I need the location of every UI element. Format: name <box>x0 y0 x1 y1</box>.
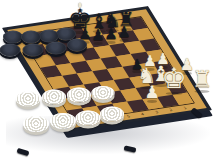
piece-shadow <box>93 42 102 45</box>
white-checker <box>42 90 66 105</box>
black-pawn: ♟ <box>104 27 117 42</box>
white-pawn: ♟ <box>144 84 159 101</box>
board-clasp <box>191 107 203 119</box>
pieces-layer: ♚♝♞♜♟♟♟♟♟♟♟♟♞♝♚♜♟ <box>0 0 220 165</box>
black-checker <box>3 31 23 44</box>
piece-shadow <box>147 100 158 103</box>
black-pawn: ♟ <box>91 28 104 43</box>
piece-shadow <box>106 41 115 44</box>
white-checker <box>67 88 91 103</box>
black-checker <box>67 39 87 52</box>
white-checker <box>16 92 40 107</box>
black-pawn: ♟ <box>117 25 130 40</box>
white-checker <box>23 116 49 132</box>
board-clasp <box>124 145 137 152</box>
white-checker <box>100 107 124 122</box>
white-checker <box>92 86 115 100</box>
piece-shadow <box>195 90 209 93</box>
white-checker <box>50 113 76 129</box>
black-checker <box>0 44 21 57</box>
board-clasp <box>17 148 30 156</box>
king-ivory-finial <box>79 3 82 8</box>
piece-shadow <box>165 92 183 95</box>
black-checker <box>46 42 67 55</box>
piece-shadow <box>119 39 128 42</box>
black-checker <box>21 31 41 44</box>
black-checker <box>23 44 44 57</box>
white-checker <box>76 111 101 126</box>
white-rook: ♜ <box>192 68 213 91</box>
product-photo: 87654321 ♚♝♞♜♟♟♟♟♟♟♟♟♞♝♚♜♟ <box>0 0 220 165</box>
white-king: ♚ <box>161 65 186 93</box>
